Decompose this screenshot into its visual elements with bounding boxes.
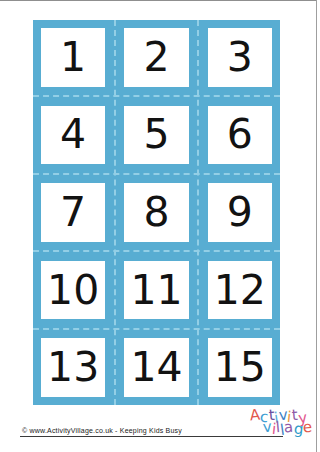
card-number: 12 bbox=[214, 270, 266, 311]
logo-letter: e bbox=[302, 420, 312, 435]
number-card-13: 13 bbox=[41, 338, 105, 397]
logo-line-village: village bbox=[263, 421, 320, 435]
cut-line-vertical-2 bbox=[197, 20, 199, 405]
card-number: 11 bbox=[130, 270, 182, 311]
card-number: 3 bbox=[227, 37, 253, 78]
card-number: 4 bbox=[60, 114, 86, 155]
card-number: 14 bbox=[130, 347, 182, 388]
card-number: 13 bbox=[47, 347, 99, 388]
number-card-1: 1 bbox=[41, 28, 105, 87]
card-number: 8 bbox=[143, 192, 169, 233]
number-card-7: 7 bbox=[41, 183, 105, 242]
number-card-14: 14 bbox=[124, 338, 188, 397]
printable-page: 123456789101112131415 © www.ActivityVill… bbox=[0, 0, 320, 452]
number-card-10: 10 bbox=[41, 261, 105, 320]
cut-line-horizontal-3 bbox=[33, 250, 280, 252]
number-card-11: 11 bbox=[124, 261, 188, 320]
cut-line-horizontal-2 bbox=[33, 173, 280, 175]
number-card-12: 12 bbox=[208, 261, 272, 320]
number-card-6: 6 bbox=[208, 106, 272, 165]
card-number: 2 bbox=[143, 37, 169, 78]
footer-rule bbox=[20, 436, 283, 437]
number-card-2: 2 bbox=[124, 28, 188, 87]
page-edge-right bbox=[316, 0, 317, 452]
number-card-9: 9 bbox=[208, 183, 272, 242]
number-card-5: 5 bbox=[124, 106, 188, 165]
page-edge-top bbox=[0, 0, 317, 1]
cut-line-horizontal-1 bbox=[33, 95, 280, 97]
card-grid: 123456789101112131415 bbox=[33, 20, 280, 405]
cut-line-horizontal-4 bbox=[33, 328, 280, 330]
footer-copyright: © www.ActivityVillage.co.uk - Keeping Ki… bbox=[22, 427, 182, 434]
card-number: 9 bbox=[227, 192, 253, 233]
card-number: 1 bbox=[60, 37, 86, 78]
number-card-15: 15 bbox=[208, 338, 272, 397]
card-number: 5 bbox=[143, 114, 169, 155]
card-number: 7 bbox=[60, 192, 86, 233]
card-number: 10 bbox=[47, 270, 99, 311]
card-number: 6 bbox=[227, 114, 253, 155]
number-card-4: 4 bbox=[41, 106, 105, 165]
number-card-3: 3 bbox=[208, 28, 272, 87]
cut-line-vertical-1 bbox=[114, 20, 116, 405]
card-number: 15 bbox=[214, 347, 266, 388]
activity-village-logo: Activity village bbox=[250, 409, 320, 435]
number-card-8: 8 bbox=[124, 183, 188, 242]
